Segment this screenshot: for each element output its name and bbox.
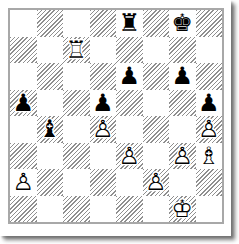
black-pawn-a5[interactable]: ♟♟	[10, 90, 37, 117]
square-d4[interactable]: ♟♙	[90, 116, 117, 143]
piece-glyph: ♙	[196, 116, 223, 143]
square-g7[interactable]	[169, 37, 196, 64]
white-pawn-g3[interactable]: ♟♙	[169, 143, 196, 170]
diagram-frame: ♜♜♚♚♜♖♟♟♟♟♟♟♟♟♟♟♝♝♟♙♟♙♟♙♟♙♝♗♟♙♟♙♚♔	[0, 0, 231, 236]
square-d2[interactable]	[90, 169, 117, 196]
square-d8[interactable]	[90, 10, 117, 37]
square-b2[interactable]	[37, 169, 64, 196]
square-g5[interactable]	[169, 90, 196, 117]
piece-glyph: ♔	[169, 196, 196, 223]
square-e4[interactable]	[116, 116, 143, 143]
piece-glyph: ♜	[116, 10, 143, 37]
white-pawn-e3[interactable]: ♟♙	[116, 143, 143, 170]
square-c5[interactable]	[63, 90, 90, 117]
white-king-g1[interactable]: ♚♔	[169, 196, 196, 223]
square-a4[interactable]	[10, 116, 37, 143]
square-f8[interactable]	[143, 10, 170, 37]
square-h8[interactable]	[196, 10, 223, 37]
square-h2[interactable]	[196, 169, 223, 196]
white-pawn-f2[interactable]: ♟♙	[143, 169, 170, 196]
square-h6[interactable]	[196, 63, 223, 90]
square-c3[interactable]	[63, 143, 90, 170]
piece-glyph: ♝	[37, 116, 64, 143]
square-a6[interactable]	[10, 63, 37, 90]
square-f4[interactable]	[143, 116, 170, 143]
white-rook-c7[interactable]: ♜♖	[63, 37, 90, 64]
black-pawn-h5[interactable]: ♟♟	[196, 90, 223, 117]
black-rook-e8[interactable]: ♜♜	[116, 10, 143, 37]
square-a8[interactable]	[10, 10, 37, 37]
piece-glyph: ♙	[143, 169, 170, 196]
square-c1[interactable]	[63, 196, 90, 223]
square-h1[interactable]	[196, 196, 223, 223]
square-e6[interactable]: ♟♟	[116, 63, 143, 90]
square-g2[interactable]	[169, 169, 196, 196]
chess-board: ♜♜♚♚♜♖♟♟♟♟♟♟♟♟♟♟♝♝♟♙♟♙♟♙♟♙♝♗♟♙♟♙♚♔	[8, 8, 224, 224]
square-b3[interactable]	[37, 143, 64, 170]
square-a3[interactable]	[10, 143, 37, 170]
square-d3[interactable]	[90, 143, 117, 170]
black-pawn-d5[interactable]: ♟♟	[90, 90, 117, 117]
square-e1[interactable]	[116, 196, 143, 223]
piece-glyph: ♙	[169, 143, 196, 170]
piece-glyph: ♟	[10, 90, 37, 117]
piece-glyph: ♟	[169, 63, 196, 90]
square-f1[interactable]	[143, 196, 170, 223]
square-c4[interactable]	[63, 116, 90, 143]
square-g6[interactable]: ♟♟	[169, 63, 196, 90]
square-h3[interactable]: ♝♗	[196, 143, 223, 170]
black-pawn-e6[interactable]: ♟♟	[116, 63, 143, 90]
piece-glyph: ♖	[63, 37, 90, 64]
square-b1[interactable]	[37, 196, 64, 223]
square-h4[interactable]: ♟♙	[196, 116, 223, 143]
square-b4[interactable]: ♝♝	[37, 116, 64, 143]
square-g3[interactable]: ♟♙	[169, 143, 196, 170]
square-e7[interactable]	[116, 37, 143, 64]
square-f5[interactable]	[143, 90, 170, 117]
square-a7[interactable]	[10, 37, 37, 64]
square-a1[interactable]	[10, 196, 37, 223]
square-c2[interactable]	[63, 169, 90, 196]
piece-glyph: ♚	[169, 10, 196, 37]
piece-glyph: ♟	[196, 90, 223, 117]
white-pawn-a2[interactable]: ♟♙	[10, 169, 37, 196]
square-g1[interactable]: ♚♔	[169, 196, 196, 223]
piece-glyph: ♙	[116, 143, 143, 170]
square-g4[interactable]	[169, 116, 196, 143]
square-e2[interactable]	[116, 169, 143, 196]
square-d5[interactable]: ♟♟	[90, 90, 117, 117]
square-c6[interactable]	[63, 63, 90, 90]
square-a5[interactable]: ♟♟	[10, 90, 37, 117]
square-f7[interactable]	[143, 37, 170, 64]
square-h7[interactable]	[196, 37, 223, 64]
square-b8[interactable]	[37, 10, 64, 37]
black-bishop-b4[interactable]: ♝♝	[37, 116, 64, 143]
piece-glyph: ♗	[196, 143, 223, 170]
white-pawn-h4[interactable]: ♟♙	[196, 116, 223, 143]
black-pawn-g6[interactable]: ♟♟	[169, 63, 196, 90]
square-d7[interactable]	[90, 37, 117, 64]
square-h5[interactable]: ♟♟	[196, 90, 223, 117]
square-f2[interactable]: ♟♙	[143, 169, 170, 196]
piece-glyph: ♟	[116, 63, 143, 90]
square-g8[interactable]: ♚♚	[169, 10, 196, 37]
white-bishop-h3[interactable]: ♝♗	[196, 143, 223, 170]
square-b6[interactable]	[37, 63, 64, 90]
square-b7[interactable]	[37, 37, 64, 64]
square-e3[interactable]: ♟♙	[116, 143, 143, 170]
piece-glyph: ♙	[90, 116, 117, 143]
piece-glyph: ♟	[90, 90, 117, 117]
square-f6[interactable]	[143, 63, 170, 90]
square-c7[interactable]: ♜♖	[63, 37, 90, 64]
square-d6[interactable]	[90, 63, 117, 90]
piece-glyph: ♙	[10, 169, 37, 196]
square-e8[interactable]: ♜♜	[116, 10, 143, 37]
square-e5[interactable]	[116, 90, 143, 117]
square-f3[interactable]	[143, 143, 170, 170]
white-pawn-d4[interactable]: ♟♙	[90, 116, 117, 143]
square-a2[interactable]: ♟♙	[10, 169, 37, 196]
square-d1[interactable]	[90, 196, 117, 223]
square-c8[interactable]	[63, 10, 90, 37]
square-b5[interactable]	[37, 90, 64, 117]
black-king-g8[interactable]: ♚♚	[169, 10, 196, 37]
